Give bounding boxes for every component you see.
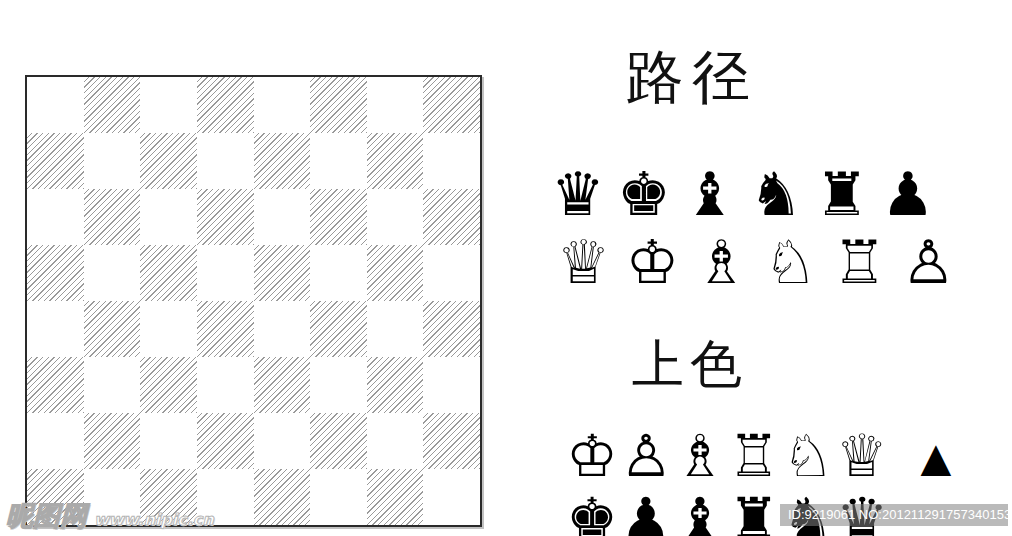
square-h5 [423,245,480,301]
piece-black-pawn: ♟ [875,160,941,228]
square-c2 [140,413,197,469]
section-title-path: 路径 [626,46,758,110]
square-f1 [310,469,367,525]
piece-black-king: ♚ [565,487,619,536]
piece-row-color-white: ♔♙♗♖♘♕ [565,424,889,488]
square-f3 [310,357,367,413]
square-b6 [84,189,141,245]
square-b4 [84,301,141,357]
square-e5 [254,245,311,301]
piece-white-rook: ♖ [825,228,894,296]
square-e2 [254,413,311,469]
section-title-color: 上色 [632,336,748,393]
square-a7 [27,133,84,189]
square-a8 [27,77,84,133]
piece-black-rook: ♜ [727,487,781,536]
square-h6 [423,189,480,245]
piece-row-path-black: ♛♚♝♞♜♟ [545,160,941,228]
square-e7 [254,133,311,189]
square-c6 [140,189,197,245]
square-f7 [310,133,367,189]
square-d3 [197,357,254,413]
black-triangle-marker: ▲ [916,437,956,477]
square-e4 [254,301,311,357]
square-g3 [367,357,424,413]
square-h7 [423,133,480,189]
square-f5 [310,245,367,301]
square-d5 [197,245,254,301]
piece-white-king: ♔ [618,228,687,296]
piece-black-king: ♚ [611,160,677,228]
square-d2 [197,413,254,469]
piece-row-path-white: ♕♔♗♘♖♙ [549,228,963,296]
square-e8 [254,77,311,133]
square-g6 [367,189,424,245]
square-g1 [367,469,424,525]
square-d7 [197,133,254,189]
square-g5 [367,245,424,301]
piece-black-pawn: ♟ [619,487,673,536]
clipart-canvas: 路径 ♛♚♝♞♜♟ ♕♔♗♘♖♙ 上色 ♔♙♗♖♘♕ ▲ ♚♟♝♜♞♛ 昵图网 … [0,0,1012,536]
square-a2 [27,413,84,469]
chessboard [25,75,482,527]
square-a6 [27,189,84,245]
piece-white-king: ♔ [565,424,619,488]
square-g7 [367,133,424,189]
square-a3 [27,357,84,413]
piece-white-bishop: ♗ [687,228,756,296]
square-f8 [310,77,367,133]
square-h1 [423,469,480,525]
piece-black-bishop: ♝ [673,487,727,536]
square-h8 [423,77,480,133]
square-d6 [197,189,254,245]
square-c8 [140,77,197,133]
square-a5 [27,245,84,301]
nipic-logo: 昵图网 [6,498,87,534]
piece-white-knight: ♘ [781,424,835,488]
square-g4 [367,301,424,357]
square-a4 [27,301,84,357]
square-f6 [310,189,367,245]
square-b5 [84,245,141,301]
piece-white-knight: ♘ [756,228,825,296]
square-f4 [310,301,367,357]
square-c5 [140,245,197,301]
piece-black-bishop: ♝ [677,160,743,228]
piece-white-rook: ♖ [727,424,781,488]
square-c3 [140,357,197,413]
nipic-url: www.nipic.cn [94,510,214,529]
piece-white-queen: ♕ [835,424,889,488]
square-h2 [423,413,480,469]
piece-black-queen: ♛ [545,160,611,228]
square-d4 [197,301,254,357]
square-b3 [84,357,141,413]
piece-black-rook: ♜ [809,160,875,228]
square-e3 [254,357,311,413]
square-h3 [423,357,480,413]
id-watermark: ID:9219061 NO:20121129175734015384 [780,504,1008,526]
piece-white-queen: ♕ [549,228,618,296]
piece-white-pawn: ♙ [894,228,963,296]
piece-black-knight: ♞ [743,160,809,228]
square-e1 [254,469,311,525]
square-h4 [423,301,480,357]
square-g8 [367,77,424,133]
piece-white-pawn: ♙ [619,424,673,488]
square-e6 [254,189,311,245]
square-d8 [197,77,254,133]
square-b8 [84,77,141,133]
piece-white-bishop: ♗ [673,424,727,488]
square-c7 [140,133,197,189]
square-c4 [140,301,197,357]
square-b7 [84,133,141,189]
square-f2 [310,413,367,469]
square-b2 [84,413,141,469]
square-g2 [367,413,424,469]
nipic-watermark: 昵图网 www.nipic.cn [6,498,214,534]
